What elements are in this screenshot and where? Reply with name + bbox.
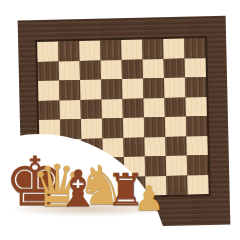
piece-pawn: ♟ xyxy=(132,181,166,215)
product-photo: ♚♛♝♞♜♟ xyxy=(0,0,240,240)
pieces-row: ♚♛♝♞♜♟ xyxy=(0,0,240,240)
